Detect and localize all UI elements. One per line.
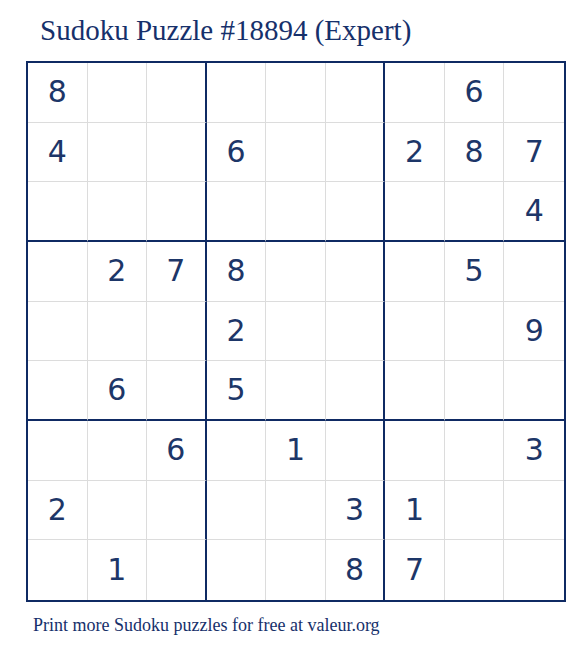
sudoku-cell-r5c8[interactable] — [445, 302, 505, 362]
sudoku-cell-r2c3[interactable] — [147, 123, 207, 183]
sudoku-cell-r1c2[interactable] — [88, 63, 148, 123]
sudoku-cell-r3c7[interactable] — [385, 182, 445, 242]
sudoku-cell-r2c1[interactable]: 4 — [28, 123, 88, 183]
sudoku-cell-r2c5[interactable] — [266, 123, 326, 183]
sudoku-cell-r5c3[interactable] — [147, 302, 207, 362]
sudoku-cell-r2c9[interactable]: 7 — [504, 123, 564, 183]
sudoku-cell-r3c8[interactable] — [445, 182, 505, 242]
sudoku-cell-r3c4[interactable] — [207, 182, 267, 242]
sudoku-cell-r1c3[interactable] — [147, 63, 207, 123]
sudoku-cell-r1c5[interactable] — [266, 63, 326, 123]
sudoku-cell-r1c6[interactable] — [326, 63, 386, 123]
sudoku-cell-r9c1[interactable] — [28, 540, 88, 600]
sudoku-cell-r9c9[interactable] — [504, 540, 564, 600]
sudoku-cell-r6c3[interactable] — [147, 361, 207, 421]
sudoku-cell-r8c1[interactable]: 2 — [28, 481, 88, 541]
sudoku-cell-r8c8[interactable] — [445, 481, 505, 541]
sudoku-cell-r6c6[interactable] — [326, 361, 386, 421]
sudoku-cell-r4c8[interactable]: 5 — [445, 242, 505, 302]
sudoku-cell-r7c3[interactable]: 6 — [147, 421, 207, 481]
sudoku-cell-r6c2[interactable]: 6 — [88, 361, 148, 421]
sudoku-cell-r9c7[interactable]: 7 — [385, 540, 445, 600]
sudoku-cell-r5c9[interactable]: 9 — [504, 302, 564, 362]
sudoku-cell-r4c1[interactable] — [28, 242, 88, 302]
sudoku-cell-r8c4[interactable] — [207, 481, 267, 541]
sudoku-cell-r3c6[interactable] — [326, 182, 386, 242]
sudoku-cell-r1c9[interactable] — [504, 63, 564, 123]
sudoku-cell-r4c2[interactable]: 2 — [88, 242, 148, 302]
sudoku-cell-r8c9[interactable] — [504, 481, 564, 541]
sudoku-cell-r3c1[interactable] — [28, 182, 88, 242]
sudoku-cell-r8c2[interactable] — [88, 481, 148, 541]
sudoku-cell-r5c6[interactable] — [326, 302, 386, 362]
sudoku-cell-r8c6[interactable]: 3 — [326, 481, 386, 541]
sudoku-cell-r7c7[interactable] — [385, 421, 445, 481]
sudoku-cell-r5c5[interactable] — [266, 302, 326, 362]
sudoku-cell-r1c4[interactable] — [207, 63, 267, 123]
sudoku-cell-r7c8[interactable] — [445, 421, 505, 481]
sudoku-cell-r2c8[interactable]: 8 — [445, 123, 505, 183]
sudoku-cell-r4c7[interactable] — [385, 242, 445, 302]
sudoku-cell-r6c9[interactable] — [504, 361, 564, 421]
sudoku-cell-r9c4[interactable] — [207, 540, 267, 600]
sudoku-cell-r5c2[interactable] — [88, 302, 148, 362]
sudoku-cell-r9c3[interactable] — [147, 540, 207, 600]
sudoku-cell-r6c1[interactable] — [28, 361, 88, 421]
sudoku-cell-r2c4[interactable]: 6 — [207, 123, 267, 183]
sudoku-cell-r6c5[interactable] — [266, 361, 326, 421]
sudoku-cell-r1c7[interactable] — [385, 63, 445, 123]
sudoku-cell-r8c5[interactable] — [266, 481, 326, 541]
sudoku-cell-r3c3[interactable] — [147, 182, 207, 242]
sudoku-cell-r4c5[interactable] — [266, 242, 326, 302]
sudoku-cell-r4c6[interactable] — [326, 242, 386, 302]
sudoku-cell-r2c7[interactable]: 2 — [385, 123, 445, 183]
sudoku-cell-r1c8[interactable]: 6 — [445, 63, 505, 123]
sudoku-cell-r3c9[interactable]: 4 — [504, 182, 564, 242]
sudoku-cell-r8c3[interactable] — [147, 481, 207, 541]
sudoku-cell-r5c7[interactable] — [385, 302, 445, 362]
sudoku-cell-r7c5[interactable]: 1 — [266, 421, 326, 481]
sudoku-cell-r3c2[interactable] — [88, 182, 148, 242]
sudoku-cell-r6c8[interactable] — [445, 361, 505, 421]
sudoku-cell-r9c2[interactable]: 1 — [88, 540, 148, 600]
sudoku-cell-r7c2[interactable] — [88, 421, 148, 481]
sudoku-cell-r5c1[interactable] — [28, 302, 88, 362]
sudoku-cell-r9c6[interactable]: 8 — [326, 540, 386, 600]
sudoku-cell-r4c9[interactable] — [504, 242, 564, 302]
sudoku-cell-r6c4[interactable]: 5 — [207, 361, 267, 421]
page-title: Sudoku Puzzle #18894 (Expert) — [40, 14, 411, 47]
sudoku-cell-r5c4[interactable]: 2 — [207, 302, 267, 362]
sudoku-cell-r2c2[interactable] — [88, 123, 148, 183]
sudoku-cell-r3c5[interactable] — [266, 182, 326, 242]
sudoku-cell-r6c7[interactable] — [385, 361, 445, 421]
sudoku-cell-r8c7[interactable]: 1 — [385, 481, 445, 541]
sudoku-cell-r7c9[interactable]: 3 — [504, 421, 564, 481]
sudoku-cell-r7c4[interactable] — [207, 421, 267, 481]
sudoku-cell-r1c1[interactable]: 8 — [28, 63, 88, 123]
footer-text: Print more Sudoku puzzles for free at va… — [33, 615, 380, 636]
sudoku-cell-r4c4[interactable]: 8 — [207, 242, 267, 302]
sudoku-cell-r9c5[interactable] — [266, 540, 326, 600]
sudoku-board: 8646287427852965613231187 — [26, 61, 566, 602]
sudoku-cell-r7c6[interactable] — [326, 421, 386, 481]
sudoku-page: Sudoku Puzzle #18894 (Expert) 8646287427… — [0, 0, 580, 651]
sudoku-cell-r7c1[interactable] — [28, 421, 88, 481]
sudoku-cell-r9c8[interactable] — [445, 540, 505, 600]
sudoku-cell-r4c3[interactable]: 7 — [147, 242, 207, 302]
sudoku-cell-r2c6[interactable] — [326, 123, 386, 183]
